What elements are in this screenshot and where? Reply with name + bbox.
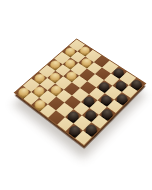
photo-background — [0, 0, 152, 190]
checkers-board — [15, 39, 145, 145]
board-photo-scene — [0, 0, 152, 190]
